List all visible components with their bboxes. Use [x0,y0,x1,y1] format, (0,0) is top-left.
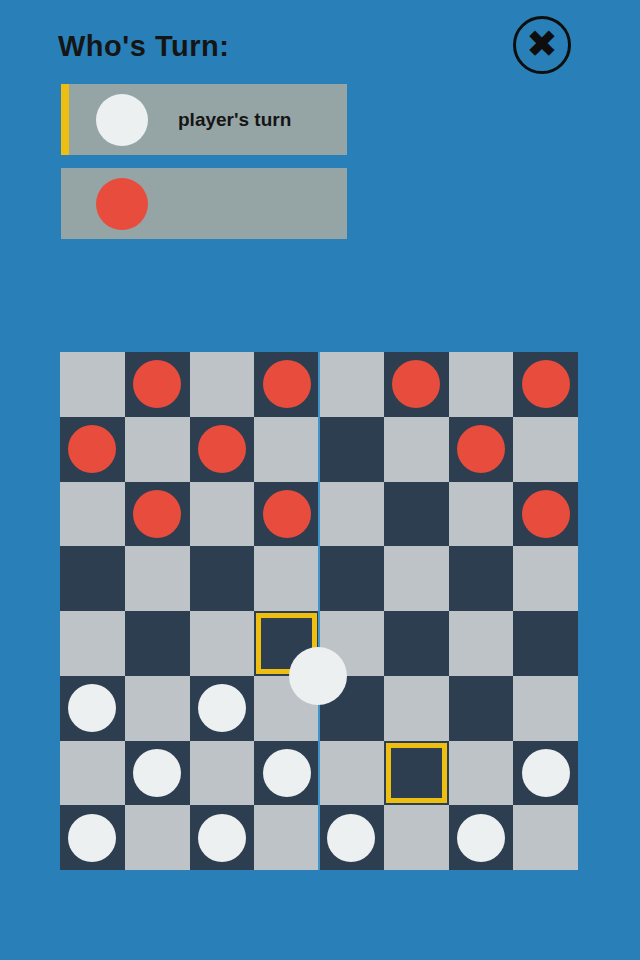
square-r8c6 [384,805,449,870]
square-r2c6 [384,417,449,482]
red-piece[interactable] [522,490,570,538]
square-r3c3 [190,482,255,547]
red-piece[interactable] [392,360,440,408]
player-turn-label: player's turn [178,109,291,131]
square-r4c4 [254,546,319,611]
game-screen: Who's Turn: ✖ player's turn [0,0,640,960]
square-r1c5 [319,352,384,417]
square-r7c8[interactable] [513,741,578,806]
turn-indicator-red [61,168,347,239]
white-piece[interactable] [522,749,570,797]
square-r2c8 [513,417,578,482]
square-r4c5[interactable] [319,546,384,611]
square-r4c8 [513,546,578,611]
square-r6c1[interactable] [60,676,125,741]
square-r3c6[interactable] [384,482,449,547]
red-piece[interactable] [133,360,181,408]
red-piece[interactable] [263,360,311,408]
square-r5c7 [449,611,514,676]
square-r8c8 [513,805,578,870]
square-r6c2 [125,676,190,741]
square-r5c2[interactable] [125,611,190,676]
square-r4c1[interactable] [60,546,125,611]
square-r7c5 [319,741,384,806]
square-r1c2[interactable] [125,352,190,417]
square-r5c3 [190,611,255,676]
red-piece[interactable] [457,425,505,473]
white-piece[interactable] [133,749,181,797]
square-r1c3 [190,352,255,417]
turn-indicator-white: player's turn [61,84,347,155]
square-r3c7 [449,482,514,547]
square-r1c4[interactable] [254,352,319,417]
square-r8c2 [125,805,190,870]
square-r4c3[interactable] [190,546,255,611]
square-r7c7 [449,741,514,806]
white-piece[interactable] [68,684,116,732]
white-piece-icon [96,94,148,146]
white-piece[interactable] [327,814,375,862]
square-r6c8 [513,676,578,741]
square-r5c6[interactable] [384,611,449,676]
square-r2c3[interactable] [190,417,255,482]
square-r4c2 [125,546,190,611]
square-r4c7[interactable] [449,546,514,611]
white-piece[interactable] [198,684,246,732]
square-r7c1 [60,741,125,806]
square-r1c8[interactable] [513,352,578,417]
square-r2c7[interactable] [449,417,514,482]
page-title: Who's Turn: [58,30,229,63]
square-r3c2[interactable] [125,482,190,547]
square-r2c2 [125,417,190,482]
red-piece[interactable] [522,360,570,408]
white-piece[interactable] [68,814,116,862]
white-piece[interactable] [198,814,246,862]
square-r6c3[interactable] [190,676,255,741]
red-piece-icon [96,178,148,230]
square-r4c6 [384,546,449,611]
square-r8c7[interactable] [449,805,514,870]
square-r6c6 [384,676,449,741]
white-piece[interactable] [263,749,311,797]
red-piece[interactable] [198,425,246,473]
close-icon: ✖ [526,25,558,63]
square-r1c7 [449,352,514,417]
square-r1c6[interactable] [384,352,449,417]
red-piece[interactable] [68,425,116,473]
highlighted-square-r7c6[interactable] [384,741,449,806]
square-r3c1 [60,482,125,547]
close-button[interactable]: ✖ [513,16,571,74]
white-piece[interactable] [457,814,505,862]
square-r8c3[interactable] [190,805,255,870]
red-piece[interactable] [263,490,311,538]
square-r3c4[interactable] [254,482,319,547]
square-r2c5[interactable] [319,417,384,482]
square-r8c5[interactable] [319,805,384,870]
checkers-board [60,352,578,870]
square-r5c1 [60,611,125,676]
square-r7c4[interactable] [254,741,319,806]
moving-white-piece[interactable] [289,647,347,705]
square-r7c3 [190,741,255,806]
square-r6c7[interactable] [449,676,514,741]
square-r7c2[interactable] [125,741,190,806]
square-r2c1[interactable] [60,417,125,482]
square-r2c4 [254,417,319,482]
square-r8c1[interactable] [60,805,125,870]
square-r3c8[interactable] [513,482,578,547]
square-r5c8[interactable] [513,611,578,676]
square-r8c4 [254,805,319,870]
square-r1c1 [60,352,125,417]
red-piece[interactable] [133,490,181,538]
square-r3c5 [319,482,384,547]
